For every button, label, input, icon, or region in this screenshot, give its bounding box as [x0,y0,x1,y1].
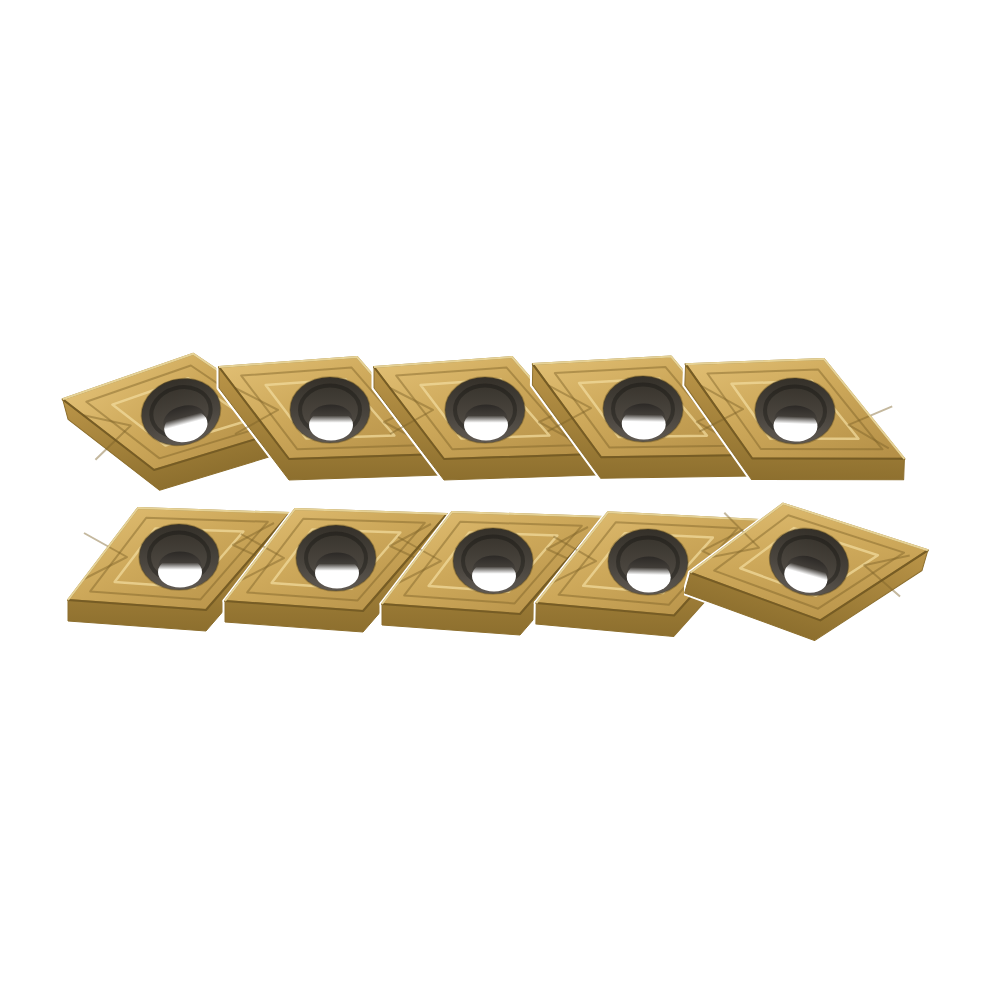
insert-bottom-5 [684,477,934,652]
bore-wall-shadow [316,553,359,582]
product-photo [0,0,1000,1000]
bore-wall-shadow [159,552,202,581]
bore-wall-shadow [473,556,516,585]
bore-wall-shadow [465,405,508,434]
bore-wall-shadow [310,405,353,434]
insert-top-5 [670,326,920,501]
